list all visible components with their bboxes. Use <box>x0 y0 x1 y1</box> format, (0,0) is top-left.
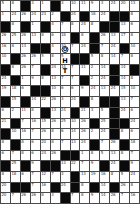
letter-cell-r4c10[interactable]: 7 <box>100 44 109 54</box>
letter-cell-r6c12[interactable]: 14 <box>120 65 129 75</box>
block-cell-r0c5 <box>51 1 60 11</box>
letter-cell-r16c0[interactable]: 8 <box>1 172 10 182</box>
letter-cell-r9c7[interactable]: 24 <box>71 97 80 107</box>
clue-number: 17 <box>121 33 126 38</box>
letter-cell-r12c13[interactable]: 6 <box>130 129 139 139</box>
clue-number: 8 <box>41 193 43 198</box>
given-letter-H: H <box>61 58 70 65</box>
clue-number: 16 <box>41 183 46 188</box>
letter-cell-r2c5[interactable]: 4 <box>51 22 60 32</box>
letter-cell-r3c3[interactable]: 13 <box>31 33 40 43</box>
letter-cell-r4c5[interactable]: 4 <box>51 44 60 54</box>
letter-cell-r4c7[interactable]: 7 <box>71 44 80 54</box>
letter-cell-r15c9[interactable]: 9 <box>90 161 99 171</box>
letter-cell-r17c0[interactable]: 20 <box>1 183 10 193</box>
clue-number: 8 <box>41 76 43 81</box>
letter-cell-r17c4[interactable]: 16 <box>41 183 50 193</box>
letter-cell-r17c12[interactable]: 26 <box>120 183 129 193</box>
letter-cell-r18c3[interactable]: 26 <box>31 193 40 203</box>
letter-cell-r1c7[interactable]: 24 <box>71 12 80 22</box>
letter-cell-r13c7[interactable]: 13 <box>71 140 80 150</box>
clue-number: 3 <box>31 1 33 6</box>
letter-cell-r14c10[interactable]: 5 <box>100 151 109 161</box>
letter-cell-r3c8[interactable]: 8 <box>80 33 89 43</box>
letter-cell-r2c12[interactable]: 13 <box>120 22 129 32</box>
letter-cell-r13c4[interactable]: 20 <box>41 140 50 150</box>
letter-cell-r3c1[interactable]: 25 <box>11 33 20 43</box>
letter-cell-r6c5[interactable]: 24 <box>51 65 60 75</box>
clue-number: 6 <box>131 129 133 134</box>
letter-cell-r1c0[interactable]: 1 <box>1 12 10 22</box>
letter-cell-r9c13[interactable]: 7 <box>130 97 139 107</box>
letter-cell-r4c2[interactable]: 13 <box>21 44 30 54</box>
letter-cell-r3c6[interactable]: 18 <box>61 33 70 43</box>
letter-cell-r18c10[interactable]: 14 <box>100 193 109 203</box>
letter-cell-r11c0[interactable]: 21 <box>1 119 10 129</box>
letter-cell-r15c1[interactable]: 25 <box>11 161 20 171</box>
letter-cell-r10c8[interactable]: 21 <box>80 108 89 118</box>
letter-cell-r0c4[interactable]: 1 <box>41 1 50 11</box>
letter-cell-r16c6[interactable]: 3 <box>61 172 70 182</box>
letter-cell-r5c6[interactable]: 5H <box>61 54 70 64</box>
clue-number: 9 <box>91 193 93 198</box>
clue-number: 7 <box>31 183 33 188</box>
clue-number: 8 <box>71 22 73 27</box>
letter-cell-r7c4[interactable]: 8 <box>41 76 50 86</box>
letter-cell-r8c12[interactable]: 15 <box>120 86 129 96</box>
clue-number: 9 <box>131 161 133 166</box>
letter-cell-r10c1[interactable]: 2 <box>11 108 20 118</box>
clue-number: 10 <box>71 119 76 124</box>
clue-number: 15 <box>11 97 16 102</box>
clue-number: 11 <box>81 65 86 70</box>
letter-cell-r12c3[interactable]: 7 <box>31 129 40 139</box>
letter-cell-r7c2[interactable]: 1 <box>21 76 30 86</box>
clue-number: 10 <box>11 129 16 134</box>
letter-cell-r7c0[interactable]: 24 <box>1 76 10 86</box>
letter-cell-r10c3[interactable]: 8 <box>31 108 40 118</box>
letter-cell-r6c7[interactable]: 7 <box>71 65 80 75</box>
letter-cell-r14c0[interactable]: 6 <box>1 151 10 161</box>
letter-cell-r9c6[interactable]: 3 <box>61 97 70 107</box>
letter-cell-r16c5[interactable]: 7 <box>51 172 60 182</box>
letter-cell-r8c5[interactable]: 10 <box>51 86 60 96</box>
clue-number: 8 <box>101 54 103 59</box>
letter-cell-r17c10[interactable]: 14 <box>100 183 109 193</box>
clue-number: 22 <box>71 161 76 166</box>
letter-cell-r2c8[interactable]: 24 <box>80 22 89 32</box>
letter-cell-r0c7[interactable]: 10 <box>71 1 80 11</box>
letter-cell-r0c1[interactable]: 8 <box>11 1 20 11</box>
clue-number: 9 <box>81 86 83 91</box>
letter-cell-r0c9[interactable]: 9 <box>90 1 99 11</box>
letter-cell-r9c4[interactable]: 22 <box>41 97 50 107</box>
clue-number: 25 <box>61 119 66 124</box>
letter-cell-r18c5[interactable]: 3 <box>51 193 60 203</box>
letter-cell-r2c7[interactable]: 8 <box>71 22 80 32</box>
letter-cell-r18c13[interactable]: 16 <box>130 193 139 203</box>
letter-cell-r11c10[interactable]: 25 <box>100 119 109 129</box>
block-cell-r11c1 <box>11 119 20 129</box>
clue-number: 7 <box>11 193 13 198</box>
block-cell-r13c9 <box>90 140 99 150</box>
clue-number: 26 <box>2 33 7 38</box>
letter-cell-r4c11[interactable]: 24 <box>110 44 119 54</box>
clue-number: 8 <box>111 172 113 177</box>
letter-cell-r12c2[interactable]: 16 <box>21 129 30 139</box>
letter-cell-r0c10[interactable]: 3 <box>100 1 109 11</box>
letter-cell-r17c13[interactable]: 8 <box>130 183 139 193</box>
letter-cell-r18c8[interactable]: 8 <box>80 193 89 203</box>
letter-cell-r1c4[interactable]: 23 <box>41 12 50 22</box>
letter-cell-r6c1[interactable]: 8 <box>11 65 20 75</box>
clue-number: 10 <box>2 54 7 59</box>
clue-number: 7 <box>31 172 33 177</box>
letter-cell-r2c6[interactable]: 7 <box>61 22 70 32</box>
clue-number: 8 <box>2 172 4 177</box>
block-cell-r4c3 <box>31 44 40 54</box>
letter-cell-r11c5[interactable]: 26 <box>51 119 60 129</box>
letter-cell-r11c7[interactable]: 10 <box>71 119 80 129</box>
letter-cell-r7c5[interactable]: 13 <box>51 76 60 86</box>
letter-cell-r0c6[interactable]: 3 <box>61 1 70 11</box>
letter-cell-r5c9[interactable]: 5 <box>90 54 99 64</box>
letter-cell-r15c11[interactable]: 24 <box>110 161 119 171</box>
letter-cell-r3c2[interactable]: 26 <box>21 33 30 43</box>
letter-cell-r3c12[interactable]: 17 <box>120 33 129 43</box>
letter-cell-r18c2[interactable]: 26 <box>21 193 30 203</box>
letter-cell-r3c4[interactable]: 8 <box>41 33 50 43</box>
letter-cell-r9c12[interactable]: 13 <box>120 97 129 107</box>
given-letter-O: O <box>62 46 69 53</box>
letter-cell-r2c3[interactable]: 1 <box>31 22 40 32</box>
letter-cell-r6c3[interactable]: 7 <box>31 65 40 75</box>
clue-number: 14 <box>71 129 76 134</box>
clue-number: 25 <box>101 119 106 124</box>
letter-cell-r3c10[interactable]: 26 <box>100 33 109 43</box>
clue-number: 5 <box>101 151 103 156</box>
clue-number: 24 <box>71 12 76 17</box>
clue-number: 8 <box>131 12 133 17</box>
letter-cell-r16c3[interactable]: 7 <box>31 172 40 182</box>
letter-cell-r17c3[interactable]: 7 <box>31 183 40 193</box>
letter-cell-r0c0[interactable]: 5 <box>1 1 10 11</box>
block-cell-r11c11 <box>110 119 119 129</box>
clue-number: 15 <box>121 86 126 91</box>
block-cell-r17c5 <box>51 183 60 193</box>
letter-cell-r11c13[interactable]: 24 <box>130 119 139 129</box>
clue-number: 6 <box>61 86 63 91</box>
letter-cell-r12c5[interactable]: 8 <box>51 129 60 139</box>
block-cell-r15c10 <box>100 161 109 171</box>
clue-number: 8 <box>51 54 53 59</box>
letter-cell-r5c0[interactable]: 10 <box>1 54 10 64</box>
clue-number: 8 <box>21 151 23 156</box>
letter-cell-r18c1[interactable]: 7 <box>11 193 20 203</box>
letter-cell-r6c8[interactable]: 11 <box>80 65 89 75</box>
clue-number: 8 <box>131 76 133 81</box>
letter-cell-r8c0[interactable]: 19 <box>1 86 10 96</box>
letter-cell-r16c2[interactable]: 6 <box>21 172 30 182</box>
letter-cell-r3c13[interactable]: 8 <box>130 33 139 43</box>
letter-cell-r13c6[interactable]: 7 <box>61 140 70 150</box>
clue-number: 10 <box>71 1 76 6</box>
clue-number: 9 <box>91 161 93 166</box>
letter-cell-r6c9[interactable]: 2 <box>90 65 99 75</box>
clue-number: 1 <box>31 22 33 27</box>
letter-cell-r14c12[interactable]: 8 <box>120 151 129 161</box>
clue-number: 1 <box>41 1 43 6</box>
clue-number: 19 <box>2 86 7 91</box>
block-cell-r3c9 <box>90 33 99 43</box>
letter-cell-r8c1[interactable]: 18 <box>11 86 20 96</box>
letter-cell-r4c6[interactable]: 10O <box>61 44 70 54</box>
letter-cell-r5c12[interactable]: 7 <box>120 54 129 64</box>
letter-cell-r11c4[interactable]: 15 <box>41 119 50 129</box>
letter-cell-r11c8[interactable]: 26 <box>80 119 89 129</box>
letter-cell-r12c8[interactable]: 26 <box>80 129 89 139</box>
clue-number: 26 <box>51 119 56 124</box>
clue-number: 1 <box>81 151 83 156</box>
clue-number: 7 <box>11 151 13 156</box>
letter-cell-r0c8[interactable]: 11 <box>80 1 89 11</box>
clue-number: 1 <box>21 76 23 81</box>
letter-cell-r16c4[interactable]: 12 <box>41 172 50 182</box>
letter-cell-r3c5[interactable]: 6 <box>51 33 60 43</box>
letter-cell-r1c3[interactable]: 24 <box>31 12 40 22</box>
letter-cell-r11c2[interactable]: 7 <box>21 119 30 129</box>
letter-cell-r8c6[interactable]: 6 <box>61 86 70 96</box>
letter-cell-r0c13[interactable]: 13 <box>130 1 139 11</box>
clue-number: 8 <box>121 151 123 156</box>
letter-cell-r7c9[interactable]: 2 <box>90 76 99 86</box>
clue-number: 6 <box>31 140 33 145</box>
letter-cell-r8c11[interactable]: 24 <box>110 86 119 96</box>
clue-number: 3 <box>61 172 63 177</box>
letter-cell-r13c8[interactable]: 24 <box>80 140 89 150</box>
letter-cell-r5c11[interactable]: 14 <box>110 54 119 64</box>
letter-cell-r1c2[interactable]: 26 <box>21 12 30 22</box>
block-cell-r13c12 <box>120 140 129 150</box>
letter-cell-r4c13[interactable]: 10 <box>130 44 139 54</box>
clue-number: 2 <box>91 76 93 81</box>
letter-cell-r12c1[interactable]: 10 <box>11 129 20 139</box>
letter-cell-r17c8[interactable]: 8 <box>80 183 89 193</box>
block-cell-r0c2 <box>21 1 30 11</box>
block-cell-r10c4 <box>41 108 50 118</box>
letter-cell-r9c3[interactable]: 14 <box>31 97 40 107</box>
clue-number: 16 <box>101 172 106 177</box>
clue-number: 7 <box>71 193 73 198</box>
clue-number: 8 <box>91 97 93 102</box>
letter-cell-r4c0[interactable]: 16 <box>1 44 10 54</box>
letter-cell-r12c6[interactable]: 6 <box>61 129 70 139</box>
letter-cell-r7c3[interactable]: 9 <box>31 76 40 86</box>
letter-cell-r18c9[interactable]: 9 <box>90 193 99 203</box>
letter-cell-r3c0[interactable]: 26 <box>1 33 10 43</box>
letter-cell-r14c11[interactable]: 13 <box>110 151 119 161</box>
letter-cell-r1c10[interactable]: 24 <box>100 12 109 22</box>
letter-cell-r0c11[interactable]: 24 <box>110 1 119 11</box>
letter-cell-r6c2[interactable]: 26 <box>21 65 30 75</box>
letter-cell-r6c10[interactable]: 14 <box>100 65 109 75</box>
letter-cell-r16c8[interactable]: 13 <box>80 172 89 182</box>
letter-cell-r2c9[interactable]: 8 <box>90 22 99 32</box>
clue-number: 26 <box>21 12 26 17</box>
letter-cell-r16c11[interactable]: 8 <box>110 172 119 182</box>
clue-number: 6 <box>31 151 33 156</box>
letter-cell-r3c11[interactable]: 13 <box>110 33 119 43</box>
letter-cell-r1c5[interactable]: 2 <box>51 12 60 22</box>
letter-cell-r14c9[interactable]: 8 <box>90 151 99 161</box>
letter-cell-r14c4[interactable]: 24 <box>41 151 50 161</box>
letter-cell-r7c13[interactable]: 8 <box>130 76 139 86</box>
letter-cell-r4c8[interactable]: 24 <box>80 44 89 54</box>
clue-number: 26 <box>21 54 26 59</box>
letter-cell-r10c9[interactable]: 3 <box>90 108 99 118</box>
letter-cell-r18c4[interactable]: 8 <box>41 193 50 203</box>
letter-cell-r16c12[interactable]: 5 <box>120 172 129 182</box>
letter-cell-r8c8[interactable]: 9 <box>80 86 89 96</box>
letter-cell-r12c7[interactable]: 14 <box>71 129 80 139</box>
letter-cell-r10c10[interactable]: 5 <box>100 108 109 118</box>
letter-cell-r8c9[interactable]: 24 <box>90 86 99 96</box>
letter-cell-r9c1[interactable]: 15 <box>11 97 20 107</box>
letter-cell-r16c1[interactable]: 18 <box>11 172 20 182</box>
clue-number: 26 <box>41 129 46 134</box>
clue-number: 20 <box>2 183 7 188</box>
clue-number: 8 <box>21 140 23 145</box>
clue-number: 14 <box>111 54 116 59</box>
block-cell-r1c6 <box>61 12 70 22</box>
letter-cell-r13c3[interactable]: 6 <box>31 140 40 150</box>
clue-number: 6 <box>131 22 133 27</box>
letter-cell-r14c3[interactable]: 6 <box>31 151 40 161</box>
block-cell-r7c1 <box>11 76 20 86</box>
letter-cell-r14c8[interactable]: 1 <box>80 151 89 161</box>
letter-cell-r5c3[interactable]: 26 <box>31 54 40 64</box>
clue-number: 8 <box>81 33 83 38</box>
letter-cell-r12c4[interactable]: 26 <box>41 129 50 139</box>
clue-number: 7 <box>31 65 33 70</box>
block-cell-r12c11 <box>110 129 119 139</box>
block-cell-r2c2 <box>21 22 30 32</box>
letter-cell-r1c13[interactable]: 8 <box>130 12 139 22</box>
letter-cell-r12c10[interactable]: 24 <box>100 129 109 139</box>
letter-cell-r7c10[interactable]: 24 <box>100 76 109 86</box>
clue-number: 3 <box>101 1 103 6</box>
letter-cell-r16c9[interactable]: 19 <box>90 172 99 182</box>
letter-cell-r5c5[interactable]: 8 <box>51 54 60 64</box>
letter-cell-r8c10[interactable]: 13 <box>100 86 109 96</box>
letter-cell-r5c4[interactable]: 5 <box>41 54 50 64</box>
letter-cell-r14c13[interactable]: 7 <box>130 151 139 161</box>
clue-number: 24 <box>131 172 136 177</box>
letter-cell-r1c9[interactable]: 18 <box>90 12 99 22</box>
letter-cell-r17c6[interactable]: 24 <box>61 183 70 193</box>
letter-cell-r4c1[interactable]: 8 <box>11 44 20 54</box>
letter-cell-r1c1[interactable]: 24 <box>11 12 20 22</box>
letter-cell-r10c0[interactable]: 6 <box>1 108 10 118</box>
block-cell-r15c12 <box>120 161 129 171</box>
clue-number: 26 <box>101 33 106 38</box>
letter-cell-r11c6[interactable]: 25 <box>61 119 70 129</box>
block-cell-r9c11 <box>110 97 119 107</box>
letter-cell-r7c12[interactable]: 14 <box>120 76 129 86</box>
block-cell-r15c0 <box>1 161 10 171</box>
letter-cell-r2c13[interactable]: 6 <box>130 22 139 32</box>
letter-cell-r8c2[interactable]: 6 <box>21 86 30 96</box>
letter-cell-r13c0[interactable]: 8 <box>1 140 10 150</box>
clue-number: 8 <box>131 54 133 59</box>
letter-cell-r16c10[interactable]: 16 <box>100 172 109 182</box>
clue-number: 18 <box>91 12 96 17</box>
letter-cell-r15c3[interactable]: 9 <box>31 161 40 171</box>
letter-cell-r9c9[interactable]: 8 <box>90 97 99 107</box>
clue-number: 7 <box>21 119 23 124</box>
letter-cell-r7c6[interactable]: 7 <box>61 76 70 86</box>
letter-cell-r5c2[interactable]: 26 <box>21 54 30 64</box>
clue-number: 10 <box>51 86 56 91</box>
letter-cell-r7c7[interactable]: 7 <box>71 76 80 86</box>
clue-number: 7 <box>71 76 73 81</box>
letter-cell-r8c7[interactable]: 6 <box>71 86 80 96</box>
letter-cell-r0c3[interactable]: 3 <box>31 1 40 11</box>
letter-cell-r15c6[interactable]: 13 <box>61 161 70 171</box>
letter-cell-r8c13[interactable]: 10 <box>130 86 139 96</box>
letter-cell-r6c6[interactable]: 14T <box>61 65 70 75</box>
letter-cell-r18c0[interactable]: 20 <box>1 193 10 203</box>
letter-cell-r9c5[interactable]: 26 <box>51 97 60 107</box>
letter-cell-r14c5[interactable]: 26 <box>51 151 60 161</box>
letter-cell-r15c13[interactable]: 9 <box>130 161 139 171</box>
clue-number: 24 <box>81 44 86 49</box>
clue-number: 16 <box>2 44 7 49</box>
clue-number: 24 <box>101 76 106 81</box>
letter-cell-r10c5[interactable]: 13 <box>51 108 60 118</box>
clue-number: 6 <box>131 108 133 113</box>
letter-cell-r15c7[interactable]: 22 <box>71 161 80 171</box>
letter-cell-r14c2[interactable]: 8 <box>21 151 30 161</box>
letter-cell-r16c13[interactable]: 24 <box>130 172 139 182</box>
letter-cell-r2c1[interactable]: 8 <box>11 22 20 32</box>
letter-cell-r5c10[interactable]: 8 <box>100 54 109 64</box>
letter-cell-r12c12[interactable]: 8 <box>120 129 129 139</box>
block-cell-r2c0 <box>1 22 10 32</box>
letter-cell-r14c1[interactable]: 7 <box>11 151 20 161</box>
letter-cell-r10c2[interactable]: 11 <box>21 108 30 118</box>
clue-number: 18 <box>11 86 16 91</box>
letter-cell-r11c3[interactable]: 16 <box>31 119 40 129</box>
letter-cell-r0c12[interactable]: 20 <box>120 1 129 11</box>
letter-cell-r15c8[interactable]: 7 <box>80 161 89 171</box>
letter-cell-r18c7[interactable]: 7 <box>71 193 80 203</box>
letter-cell-r18c12[interactable]: 7 <box>120 193 129 203</box>
letter-cell-r13c11[interactable]: 26 <box>110 140 119 150</box>
letter-cell-r10c13[interactable]: 6 <box>130 108 139 118</box>
clue-number: 9 <box>91 1 93 6</box>
letter-cell-r10c6[interactable]: 24 <box>61 108 70 118</box>
letter-cell-r12c9[interactable]: 2 <box>90 129 99 139</box>
letter-cell-r13c13[interactable]: 18 <box>130 140 139 150</box>
letter-cell-r5c13[interactable]: 8 <box>130 54 139 64</box>
letter-cell-r13c5[interactable]: 8 <box>51 140 60 150</box>
letter-cell-r13c10[interactable]: 7 <box>100 140 109 150</box>
letter-cell-r13c2[interactable]: 8 <box>21 140 30 150</box>
letter-cell-r18c11[interactable]: 26 <box>110 193 119 203</box>
block-cell-r5c8 <box>80 54 89 64</box>
letter-cell-r10c12[interactable]: 24 <box>120 108 129 118</box>
